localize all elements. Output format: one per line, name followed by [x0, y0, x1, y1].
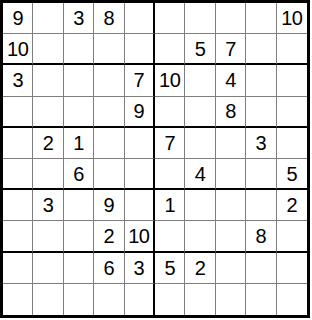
- empty-cell-r10c3[interactable]: [64, 284, 94, 315]
- given-cell-r1c3: 3: [64, 3, 94, 34]
- empty-cell-r3c3[interactable]: [64, 65, 94, 96]
- sudoku-board: 93810105737104982173645391221086352: [0, 0, 310, 318]
- empty-cell-r10c10[interactable]: [277, 284, 307, 315]
- empty-cell-r9c2[interactable]: [33, 253, 63, 284]
- empty-cell-r10c6[interactable]: [155, 284, 185, 315]
- empty-cell-r4c7[interactable]: [185, 97, 215, 128]
- empty-cell-r10c7[interactable]: [185, 284, 215, 315]
- empty-cell-r5c5[interactable]: [125, 128, 155, 159]
- given-cell-r1c10: 10: [277, 3, 307, 34]
- given-cell-r5c3: 1: [64, 128, 94, 159]
- given-cell-r9c5: 3: [125, 253, 155, 284]
- empty-cell-r2c6[interactable]: [155, 34, 185, 65]
- empty-cell-r6c4[interactable]: [94, 159, 124, 190]
- given-cell-r7c10: 2: [277, 190, 307, 221]
- empty-cell-r9c8[interactable]: [216, 253, 246, 284]
- empty-cell-r4c1[interactable]: [3, 97, 33, 128]
- empty-cell-r7c7[interactable]: [185, 190, 215, 221]
- given-cell-r8c4: 2: [94, 221, 124, 252]
- given-cell-r8c9: 8: [246, 221, 276, 252]
- empty-cell-r10c8[interactable]: [216, 284, 246, 315]
- empty-cell-r7c5[interactable]: [125, 190, 155, 221]
- empty-cell-r3c4[interactable]: [94, 65, 124, 96]
- empty-cell-r4c10[interactable]: [277, 97, 307, 128]
- empty-cell-r1c5[interactable]: [125, 3, 155, 34]
- given-cell-r6c7: 4: [185, 159, 215, 190]
- empty-cell-r4c9[interactable]: [246, 97, 276, 128]
- puzzle-page: 93810105737104982173645391221086352: [0, 0, 312, 320]
- empty-cell-r9c10[interactable]: [277, 253, 307, 284]
- empty-cell-r1c2[interactable]: [33, 3, 63, 34]
- empty-cell-r9c9[interactable]: [246, 253, 276, 284]
- given-cell-r5c9: 3: [246, 128, 276, 159]
- empty-cell-r6c2[interactable]: [33, 159, 63, 190]
- given-cell-r7c6: 1: [155, 190, 185, 221]
- empty-cell-r2c4[interactable]: [94, 34, 124, 65]
- empty-cell-r3c7[interactable]: [185, 65, 215, 96]
- given-cell-r9c6: 5: [155, 253, 185, 284]
- empty-cell-r2c9[interactable]: [246, 34, 276, 65]
- empty-cell-r10c4[interactable]: [94, 284, 124, 315]
- given-cell-r2c8: 7: [216, 34, 246, 65]
- empty-cell-r8c7[interactable]: [185, 221, 215, 252]
- given-cell-r3c5: 7: [125, 65, 155, 96]
- empty-cell-r8c2[interactable]: [33, 221, 63, 252]
- empty-cell-r6c1[interactable]: [3, 159, 33, 190]
- empty-cell-r10c1[interactable]: [3, 284, 33, 315]
- empty-cell-r1c7[interactable]: [185, 3, 215, 34]
- empty-cell-r1c9[interactable]: [246, 3, 276, 34]
- empty-cell-r7c3[interactable]: [64, 190, 94, 221]
- empty-cell-r8c8[interactable]: [216, 221, 246, 252]
- empty-cell-r3c10[interactable]: [277, 65, 307, 96]
- empty-cell-r9c3[interactable]: [64, 253, 94, 284]
- given-cell-r5c2: 2: [33, 128, 63, 159]
- empty-cell-r6c6[interactable]: [155, 159, 185, 190]
- given-cell-r1c1: 9: [3, 3, 33, 34]
- empty-cell-r10c2[interactable]: [33, 284, 63, 315]
- empty-cell-r6c5[interactable]: [125, 159, 155, 190]
- empty-cell-r8c10[interactable]: [277, 221, 307, 252]
- empty-cell-r9c1[interactable]: [3, 253, 33, 284]
- empty-cell-r4c6[interactable]: [155, 97, 185, 128]
- empty-cell-r7c1[interactable]: [3, 190, 33, 221]
- empty-cell-r7c8[interactable]: [216, 190, 246, 221]
- given-cell-r9c4: 6: [94, 253, 124, 284]
- empty-cell-r8c1[interactable]: [3, 221, 33, 252]
- empty-cell-r5c8[interactable]: [216, 128, 246, 159]
- empty-cell-r2c3[interactable]: [64, 34, 94, 65]
- given-cell-r2c1: 10: [3, 34, 33, 65]
- empty-cell-r5c4[interactable]: [94, 128, 124, 159]
- empty-cell-r8c3[interactable]: [64, 221, 94, 252]
- given-cell-r3c8: 4: [216, 65, 246, 96]
- empty-cell-r1c8[interactable]: [216, 3, 246, 34]
- empty-cell-r2c2[interactable]: [33, 34, 63, 65]
- empty-cell-r7c9[interactable]: [246, 190, 276, 221]
- empty-cell-r4c4[interactable]: [94, 97, 124, 128]
- empty-cell-r6c8[interactable]: [216, 159, 246, 190]
- given-cell-r4c5: 9: [125, 97, 155, 128]
- empty-cell-r10c5[interactable]: [125, 284, 155, 315]
- given-cell-r7c4: 9: [94, 190, 124, 221]
- empty-cell-r10c9[interactable]: [246, 284, 276, 315]
- empty-cell-r3c2[interactable]: [33, 65, 63, 96]
- given-cell-r3c1: 3: [3, 65, 33, 96]
- given-cell-r8c5: 10: [125, 221, 155, 252]
- given-cell-r6c3: 6: [64, 159, 94, 190]
- empty-cell-r2c10[interactable]: [277, 34, 307, 65]
- empty-cell-r2c5[interactable]: [125, 34, 155, 65]
- given-cell-r6c10: 5: [277, 159, 307, 190]
- empty-cell-r8c6[interactable]: [155, 221, 185, 252]
- empty-cell-r6c9[interactable]: [246, 159, 276, 190]
- given-cell-r2c7: 5: [185, 34, 215, 65]
- given-cell-r3c6: 10: [155, 65, 185, 96]
- given-cell-r4c8: 8: [216, 97, 246, 128]
- given-cell-r1c4: 8: [94, 3, 124, 34]
- given-cell-r9c7: 2: [185, 253, 215, 284]
- empty-cell-r5c7[interactable]: [185, 128, 215, 159]
- empty-cell-r5c1[interactable]: [3, 128, 33, 159]
- empty-cell-r5c10[interactable]: [277, 128, 307, 159]
- empty-cell-r4c3[interactable]: [64, 97, 94, 128]
- given-cell-r5c6: 7: [155, 128, 185, 159]
- given-cell-r7c2: 3: [33, 190, 63, 221]
- empty-cell-r1c6[interactable]: [155, 3, 185, 34]
- empty-cell-r3c9[interactable]: [246, 65, 276, 96]
- empty-cell-r4c2[interactable]: [33, 97, 63, 128]
